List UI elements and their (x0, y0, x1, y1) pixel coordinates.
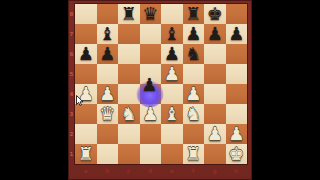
square-a3[interactable] (75, 104, 97, 124)
piece-black-king-g8[interactable]: ♚ (204, 4, 226, 24)
square-b2[interactable] (97, 124, 119, 144)
piece-white-pawn-g2[interactable]: ♟ (204, 124, 226, 144)
square-g7[interactable]: ♟ (204, 24, 226, 44)
square-e4[interactable] (161, 84, 183, 104)
piece-black-pawn-d4[interactable]: ♟ (139, 75, 161, 95)
square-h3[interactable] (226, 104, 248, 124)
piece-white-queen-b3[interactable]: ♛ (97, 104, 119, 124)
square-d6[interactable] (140, 44, 162, 64)
square-f4[interactable]: ♟ (183, 84, 205, 104)
piece-white-rook-f1[interactable]: ♜ (183, 144, 205, 164)
piece-white-rook-a1[interactable]: ♜ (75, 144, 97, 164)
rank-label-4: 4 (68, 84, 75, 104)
square-f7[interactable]: ♟ (183, 24, 205, 44)
file-label-h: h (226, 166, 248, 175)
square-f2[interactable] (183, 124, 205, 144)
square-a4[interactable]: ♟ (75, 84, 97, 104)
piece-black-pawn-e6[interactable]: ♟ (161, 44, 183, 64)
square-b8[interactable] (97, 4, 119, 24)
rank-label-3: 3 (68, 104, 75, 124)
piece-black-pawn-g7[interactable]: ♟ (204, 24, 226, 44)
screenshot-canvas: { "game": "chess", "position": { "fen": … (0, 0, 320, 180)
square-h7[interactable]: ♟ (226, 24, 248, 44)
square-c1[interactable] (118, 144, 140, 164)
square-a2[interactable] (75, 124, 97, 144)
rank-label-7: 7 (68, 24, 75, 44)
square-d7[interactable] (140, 24, 162, 44)
square-h5[interactable] (226, 64, 248, 84)
square-a7[interactable] (75, 24, 97, 44)
square-e8[interactable] (161, 4, 183, 24)
square-g5[interactable] (204, 64, 226, 84)
piece-black-queen-d8[interactable]: ♛ (140, 4, 162, 24)
piece-white-pawn-f4[interactable]: ♟ (183, 84, 205, 104)
square-h6[interactable] (226, 44, 248, 64)
chess-board-frame: ♜♛♜♚♝♝♟♟♟♟♟♟♞♟♟♟♟♟♛♞♟♝♞♟♟♜♜♚ 87654321 ab… (68, 0, 252, 180)
square-a6[interactable]: ♟ (75, 44, 97, 64)
square-b4[interactable]: ♟ (97, 84, 119, 104)
square-b6[interactable]: ♟ (97, 44, 119, 64)
square-h1[interactable]: ♚ (226, 144, 248, 164)
square-a8[interactable] (75, 4, 97, 24)
square-h8[interactable] (226, 4, 248, 24)
piece-black-pawn-f7[interactable]: ♟ (183, 24, 205, 44)
piece-black-rook-c8[interactable]: ♜ (118, 4, 140, 24)
file-label-c: c (118, 166, 140, 175)
square-g3[interactable] (204, 104, 226, 124)
file-label-a: a (75, 166, 97, 175)
rank-label-2: 2 (68, 124, 75, 144)
square-f5[interactable] (183, 64, 205, 84)
square-c5[interactable] (118, 64, 140, 84)
piece-black-rook-f8[interactable]: ♜ (183, 4, 205, 24)
file-label-e: e (161, 166, 183, 175)
square-e6[interactable]: ♟ (161, 44, 183, 64)
square-d4[interactable]: ♟ (140, 84, 162, 104)
square-h2[interactable]: ♟ (226, 124, 248, 144)
piece-white-knight-c3[interactable]: ♞ (118, 104, 140, 124)
piece-black-bishop-e7[interactable]: ♝ (161, 24, 183, 44)
piece-white-knight-f3[interactable]: ♞ (183, 104, 205, 124)
square-b1[interactable] (97, 144, 119, 164)
square-d3[interactable]: ♟ (140, 104, 162, 124)
file-label-g: g (204, 166, 226, 175)
piece-white-pawn-h2[interactable]: ♟ (226, 124, 248, 144)
piece-white-king-h1[interactable]: ♚ (226, 144, 248, 164)
square-c7[interactable] (118, 24, 140, 44)
piece-black-pawn-b6[interactable]: ♟ (97, 44, 119, 64)
piece-black-pawn-a6[interactable]: ♟ (75, 44, 97, 64)
square-g2[interactable]: ♟ (204, 124, 226, 144)
chess-board[interactable]: ♜♛♜♚♝♝♟♟♟♟♟♟♞♟♟♟♟♟♛♞♟♝♞♟♟♜♜♚ (75, 4, 247, 164)
file-label-d: d (140, 166, 162, 175)
square-c8[interactable]: ♜ (118, 4, 140, 24)
piece-black-bishop-b7[interactable]: ♝ (97, 24, 119, 44)
square-e1[interactable] (161, 144, 183, 164)
square-b7[interactable]: ♝ (97, 24, 119, 44)
rank-label-5: 5 (68, 64, 75, 84)
square-c4[interactable] (118, 84, 140, 104)
square-e5[interactable]: ♟ (161, 64, 183, 84)
square-g6[interactable] (204, 44, 226, 64)
square-a1[interactable]: ♜ (75, 144, 97, 164)
piece-white-bishop-e3[interactable]: ♝ (161, 104, 183, 124)
square-e2[interactable] (161, 124, 183, 144)
square-f8[interactable]: ♜ (183, 4, 205, 24)
file-label-f: f (183, 166, 205, 175)
square-b3[interactable]: ♛ (97, 104, 119, 124)
piece-white-pawn-b4[interactable]: ♟ (97, 84, 119, 104)
square-e3[interactable]: ♝ (161, 104, 183, 124)
square-g8[interactable]: ♚ (204, 4, 226, 24)
square-e7[interactable]: ♝ (161, 24, 183, 44)
square-c2[interactable] (118, 124, 140, 144)
square-g1[interactable] (204, 144, 226, 164)
square-d1[interactable] (140, 144, 162, 164)
piece-black-knight-f6[interactable]: ♞ (183, 44, 205, 64)
square-c3[interactable]: ♞ (118, 104, 140, 124)
square-a5[interactable] (75, 64, 97, 84)
piece-white-pawn-e5[interactable]: ♟ (161, 64, 183, 84)
square-d2[interactable] (140, 124, 162, 144)
piece-black-pawn-h7[interactable]: ♟ (226, 24, 248, 44)
rank-label-1: 1 (68, 144, 75, 164)
square-f1[interactable]: ♜ (183, 144, 205, 164)
square-h4[interactable] (226, 84, 248, 104)
square-b5[interactable] (97, 64, 119, 84)
piece-white-pawn-a4[interactable]: ♟ (75, 84, 97, 104)
square-c6[interactable] (118, 44, 140, 64)
file-label-b: b (97, 166, 119, 175)
square-f3[interactable]: ♞ (183, 104, 205, 124)
square-g4[interactable] (204, 84, 226, 104)
square-f6[interactable]: ♞ (183, 44, 205, 64)
square-d8[interactable]: ♛ (140, 4, 162, 24)
rank-label-6: 6 (68, 44, 75, 64)
piece-white-pawn-d3[interactable]: ♟ (140, 104, 162, 124)
rank-label-8: 8 (68, 4, 75, 24)
